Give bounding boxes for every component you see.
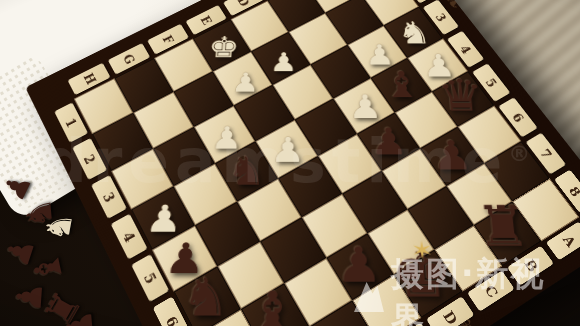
black-pawn: ♟ [370, 124, 409, 161]
coordinate-label: 5 [483, 76, 500, 89]
coordinate-label: D [440, 307, 461, 326]
black-knight: ♞ [226, 152, 267, 192]
coordinate-label: 3 [433, 11, 449, 23]
coordinate-label: E [198, 13, 215, 26]
coordinate-label: 6 [509, 110, 526, 124]
black-bishop: ♝ [382, 67, 421, 103]
white-pawn: ♟ [270, 134, 305, 168]
coordinate-label: 3 [100, 189, 118, 204]
captured-white-knight: ♞ [40, 209, 78, 244]
coordinate-label: H [80, 71, 98, 87]
coordinate-label: A [559, 232, 578, 249]
coordinate-label: 8 [566, 183, 580, 198]
coordinate-label: F [160, 33, 176, 46]
coordinate-label: G [120, 51, 137, 65]
captured-black-pawn: ♟ [61, 308, 100, 326]
white-pawn: ♟ [144, 201, 183, 238]
white-pawn: ♟ [231, 69, 260, 96]
coordinate-label: 1 [62, 115, 79, 129]
white-pawn: ♟ [348, 91, 383, 124]
coordinate-label: B [521, 256, 541, 274]
coordinate-label: 5 [141, 269, 160, 286]
coordinate-label: 2 [81, 151, 99, 166]
white-king: ♚ [207, 33, 239, 62]
coordinate-label: 7 [537, 146, 554, 161]
black-pawn: ♟ [430, 136, 474, 176]
coordinate-label: D [235, 0, 252, 8]
photo-frame: HGFEDCBA1♚12♟♟23♟♟♞34♟♞♟♟♝♟45♟♟♛56♞♟67♝♟… [0, 0, 580, 326]
white-pawn: ♟ [269, 49, 297, 75]
white-knight: ♞ [397, 18, 432, 49]
coordinate-label: 4 [120, 228, 138, 244]
black-knight: ♞ [179, 271, 231, 324]
coordinate-label: 4 [457, 43, 473, 56]
coordinate-label: C [481, 282, 501, 300]
